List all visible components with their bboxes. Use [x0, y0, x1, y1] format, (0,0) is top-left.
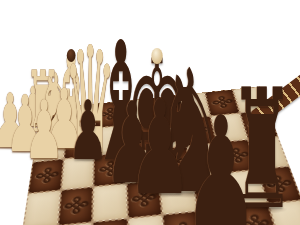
light-pawn-piece: ♟	[24, 99, 65, 161]
chess-set-photo: ⌘⌘⌘⌘⌘⌘⌘⌘⌘⌘⌘⌘⌘⌘⌘⌘⌘⌘⌘⌘ ♟♟♟♜♞♟♟♝♛♝♚♞♜♟♟♟♟	[0, 0, 300, 225]
dark-pawn-piece: ♟	[183, 114, 259, 225]
pieces-layer: ♟♟♟♜♞♟♟♝♛♝♚♞♜♟♟♟♟	[0, 0, 300, 225]
